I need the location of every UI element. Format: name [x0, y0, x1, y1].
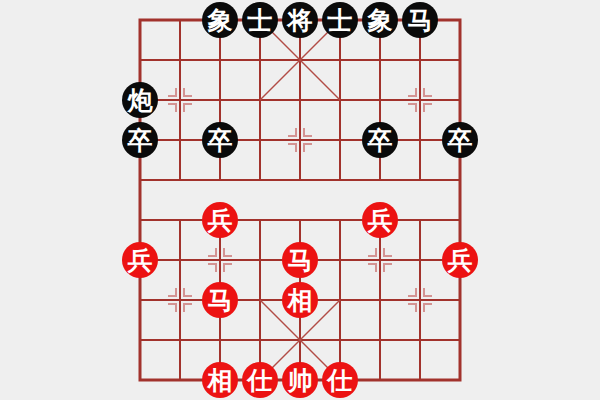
piece-black-advisor[interactable]: 士 — [322, 2, 358, 38]
piece-red-horse[interactable]: 马 — [282, 242, 318, 278]
piece-red-pawn[interactable]: 兵 — [122, 242, 158, 278]
piece-red-advisor[interactable]: 仕 — [242, 362, 278, 398]
piece-black-elephant[interactable]: 象 — [362, 2, 398, 38]
piece-red-elephant[interactable]: 相 — [202, 362, 238, 398]
piece-red-horse[interactable]: 马 — [202, 282, 238, 318]
piece-red-pawn[interactable]: 兵 — [442, 242, 478, 278]
app-background: 象士将士象马炮卒卒卒卒兵兵兵马兵马相相仕帅仕 — [0, 0, 600, 400]
piece-black-pawn[interactable]: 卒 — [122, 122, 158, 158]
pieces-layer: 象士将士象马炮卒卒卒卒兵兵兵马兵马相相仕帅仕 — [0, 0, 600, 400]
piece-black-advisor[interactable]: 士 — [242, 2, 278, 38]
piece-black-horse[interactable]: 马 — [402, 2, 438, 38]
piece-red-general[interactable]: 帅 — [282, 362, 318, 398]
piece-black-elephant[interactable]: 象 — [202, 2, 238, 38]
piece-black-general[interactable]: 将 — [282, 2, 318, 38]
piece-red-pawn[interactable]: 兵 — [362, 202, 398, 238]
piece-red-elephant[interactable]: 相 — [282, 282, 318, 318]
piece-red-pawn[interactable]: 兵 — [202, 202, 238, 238]
piece-black-pawn[interactable]: 卒 — [202, 122, 238, 158]
piece-black-cannon[interactable]: 炮 — [122, 82, 158, 118]
piece-black-pawn[interactable]: 卒 — [362, 122, 398, 158]
piece-red-advisor[interactable]: 仕 — [322, 362, 358, 398]
piece-black-pawn[interactable]: 卒 — [442, 122, 478, 158]
